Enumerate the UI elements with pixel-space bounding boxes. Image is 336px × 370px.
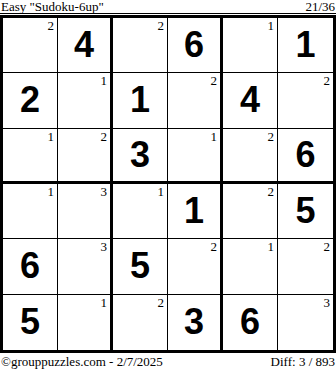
given-digit: 5 [278,184,333,238]
puzzle-title: Easy "Sudoku-6up" [1,0,104,13]
pencil-mark: 1 [158,185,165,198]
cell-r5c4[interactable]: 2 [168,239,223,294]
pencil-mark: 1 [268,19,275,32]
given-digit: 4 [58,18,110,72]
pencil-mark: 2 [101,130,108,143]
pencil-mark: 1 [211,130,218,143]
pencil-mark: 2 [268,130,275,143]
pencil-mark: 2 [211,74,218,87]
cell-r2c4[interactable]: 2 [168,73,223,128]
given-digit: 5 [113,239,167,293]
cell-r2c5[interactable]: 4 [223,73,278,128]
cell-r4c5[interactable]: 2 [223,184,278,239]
given-digit: 2 [3,73,57,127]
cell-r1c6[interactable]: 1 [278,18,333,73]
header: Easy "Sudoku-6up" 21/36 [0,0,336,14]
copyright-date: ©grouppuzzles.com - 2/7/2025 [1,355,163,368]
given-digit: 1 [278,18,333,72]
pencil-mark: 2 [211,240,218,253]
pencil-mark: 1 [101,296,108,309]
pencil-mark: 3 [324,296,331,309]
pencil-mark: 1 [101,74,108,87]
cell-r6c3[interactable]: 2 [113,295,168,350]
cell-r6c1[interactable]: 5 [3,295,58,350]
cell-r6c6[interactable]: 3 [278,295,333,350]
pencil-mark: 2 [158,296,165,309]
cell-r3c2[interactable]: 2 [58,129,113,184]
given-digit: 6 [168,18,220,72]
pencil-mark: 2 [324,240,331,253]
difficulty-label: Diff: 3 / 893 [271,355,335,368]
pencil-mark: 1 [268,240,275,253]
puzzle-page: Easy "Sudoku-6up" 21/36 2426112112421231… [0,0,336,370]
cell-r2c6[interactable]: 2 [278,73,333,128]
cell-r1c2[interactable]: 4 [58,18,113,73]
cell-r5c1[interactable]: 6 [3,239,58,294]
cell-r2c2[interactable]: 1 [58,73,113,128]
cell-r2c1[interactable]: 2 [3,73,58,128]
given-digit: 3 [113,129,167,181]
pencil-mark: 2 [324,74,331,87]
cell-r1c1[interactable]: 2 [3,18,58,73]
cell-r4c4[interactable]: 1 [168,184,223,239]
cell-r5c2[interactable]: 3 [58,239,113,294]
pencil-mark: 2 [268,185,275,198]
pencil-mark: 1 [48,130,55,143]
given-digit: 1 [168,184,220,238]
cell-r5c6[interactable]: 2 [278,239,333,294]
cell-r2c3[interactable]: 1 [113,73,168,128]
given-digit: 4 [223,73,277,127]
puzzle-counter: 21/36 [305,0,335,13]
given-digit: 6 [278,129,333,181]
cell-r3c6[interactable]: 6 [278,129,333,184]
pencil-mark: 1 [48,185,55,198]
cell-r1c3[interactable]: 2 [113,18,168,73]
pencil-mark: 3 [101,185,108,198]
cell-r4c2[interactable]: 3 [58,184,113,239]
given-digit: 6 [223,295,277,350]
pencil-mark: 3 [101,240,108,253]
given-digit: 5 [3,295,57,350]
cell-r1c5[interactable]: 1 [223,18,278,73]
given-digit: 1 [113,73,167,127]
pencil-mark: 2 [48,19,55,32]
cell-r6c2[interactable]: 1 [58,295,113,350]
cell-r5c5[interactable]: 1 [223,239,278,294]
given-digit: 3 [168,295,220,350]
sudoku-grid: 242611211242123126131125635212512363 [0,15,336,353]
cell-r3c5[interactable]: 2 [223,129,278,184]
cell-r3c1[interactable]: 1 [3,129,58,184]
cell-r1c4[interactable]: 6 [168,18,223,73]
pencil-mark: 2 [158,19,165,32]
given-digit: 6 [3,239,57,293]
cell-r6c5[interactable]: 6 [223,295,278,350]
cell-r5c3[interactable]: 5 [113,239,168,294]
footer: ©grouppuzzles.com - 2/7/2025 Diff: 3 / 8… [0,353,336,370]
cell-r3c3[interactable]: 3 [113,129,168,184]
cell-r4c1[interactable]: 1 [3,184,58,239]
cell-r3c4[interactable]: 1 [168,129,223,184]
cell-r4c3[interactable]: 1 [113,184,168,239]
cell-r4c6[interactable]: 5 [278,184,333,239]
cell-r6c4[interactable]: 3 [168,295,223,350]
